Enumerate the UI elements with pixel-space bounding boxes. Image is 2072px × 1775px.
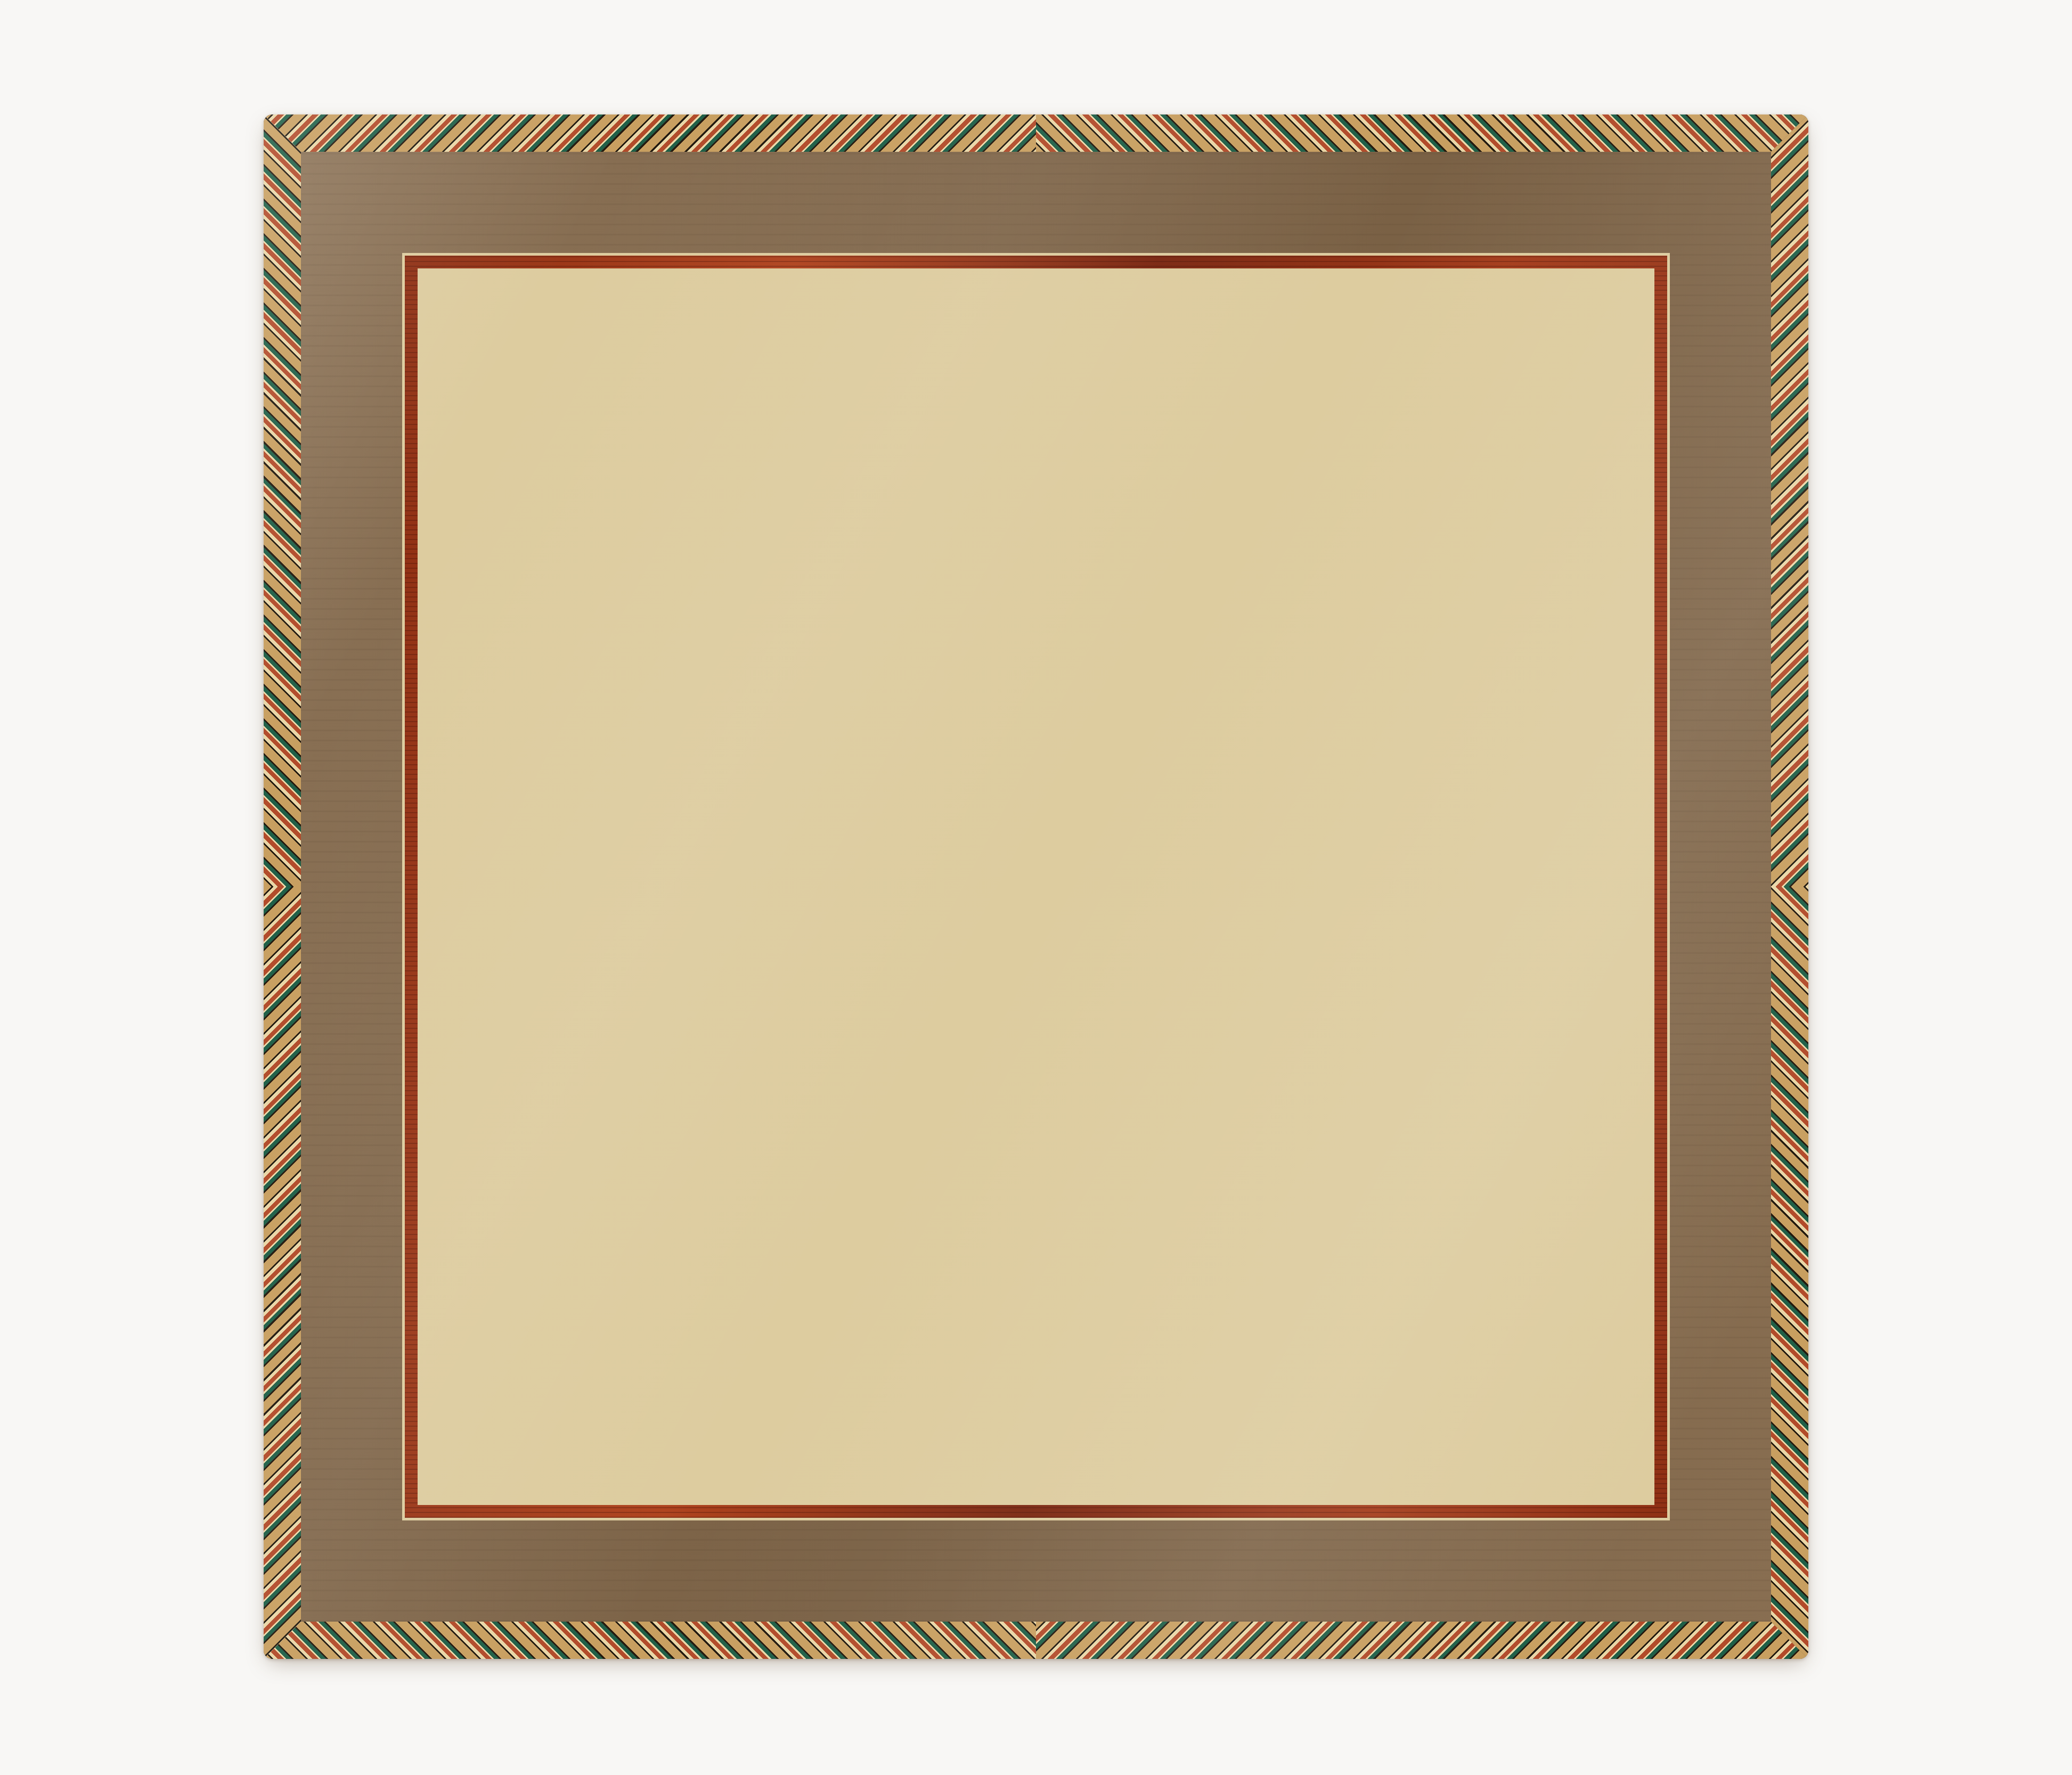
motif-border-right — [1679, 243, 1759, 1530]
chessboard — [264, 114, 1808, 1659]
squares-grid — [420, 271, 1652, 1502]
bevel-stripe-band-bottom — [264, 1622, 1808, 1659]
motif-border-top — [313, 163, 1759, 243]
bevel-stripe-band-top — [264, 114, 1808, 152]
bevel-stripe-band-left — [264, 114, 301, 1659]
motif-border-left — [313, 243, 393, 1530]
motif-border-bottom — [313, 1530, 1759, 1610]
photo-background — [0, 0, 2072, 1775]
bevel-stripe-band-right — [1771, 114, 1808, 1659]
